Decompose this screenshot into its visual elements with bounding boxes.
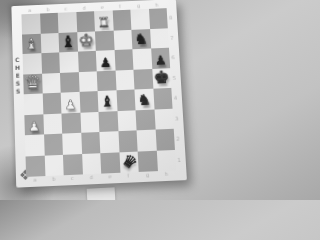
square-h2 (155, 129, 175, 151)
square-d4 (79, 91, 98, 112)
square-c8 (58, 12, 77, 33)
square-d7 (77, 31, 96, 52)
board-brand-text: CHESS (14, 56, 22, 96)
square-c5 (60, 72, 79, 93)
square-f4 (116, 89, 135, 110)
square-a8 (21, 14, 40, 35)
file-label-c: c (71, 176, 74, 181)
square-f2 (118, 130, 138, 152)
board-edge-tab (87, 187, 116, 200)
rank-label-1: 1 (177, 157, 181, 162)
square-a4 (24, 93, 43, 114)
square-f1 (119, 151, 139, 173)
square-d5 (78, 71, 97, 92)
chess-board: CHESS ❖ aabbccddeeffgghh87654321♜♝♝♚♞♟♟♛… (11, 0, 187, 188)
square-g1 (138, 150, 158, 172)
square-h7 (150, 28, 169, 49)
square-g7 (131, 29, 150, 50)
square-h1 (156, 149, 176, 171)
square-c1 (63, 154, 83, 176)
square-b3 (43, 113, 62, 134)
square-a5 (23, 73, 42, 94)
square-f3 (117, 110, 137, 131)
file-label-h: h (165, 172, 169, 177)
square-g3 (136, 109, 156, 130)
file-label-f: f (119, 4, 121, 9)
square-c6 (59, 52, 78, 73)
rank-label-6: 6 (171, 55, 174, 60)
square-h4 (153, 88, 173, 109)
square-e4 (98, 90, 117, 111)
square-f7 (113, 29, 132, 50)
rank-label-3: 3 (175, 116, 178, 121)
square-f5 (115, 69, 134, 90)
square-a3 (24, 114, 43, 135)
square-b4 (42, 93, 61, 114)
file-label-f: f (127, 173, 129, 178)
square-c4 (61, 92, 80, 113)
rank-label-4: 4 (174, 96, 177, 101)
square-f8 (112, 10, 131, 30)
square-c2 (62, 133, 81, 155)
square-a7 (22, 33, 41, 54)
file-label-g: g (146, 173, 150, 178)
square-h8 (148, 8, 167, 28)
rank-label-2: 2 (176, 137, 180, 142)
file-label-b: b (52, 177, 55, 182)
square-e8 (94, 10, 113, 30)
file-label-e: e (101, 5, 104, 10)
square-e7 (95, 30, 114, 51)
square-e5 (97, 70, 116, 91)
square-e3 (98, 111, 117, 132)
file-label-a: a (33, 177, 36, 182)
square-b6 (41, 52, 60, 73)
square-a6 (23, 53, 42, 74)
square-d6 (78, 51, 97, 72)
rank-label-8: 8 (169, 16, 172, 21)
file-label-g: g (137, 4, 140, 9)
square-c3 (61, 112, 80, 133)
square-d3 (80, 111, 99, 132)
square-c7 (58, 32, 77, 53)
square-h5 (152, 68, 172, 89)
rank-label-5: 5 (173, 75, 176, 80)
file-label-e: e (108, 174, 111, 179)
square-h3 (154, 108, 174, 129)
square-h6 (151, 48, 170, 69)
file-label-b: b (46, 7, 49, 12)
square-b5 (42, 72, 61, 93)
square-e2 (99, 131, 119, 153)
square-d1 (82, 153, 102, 175)
square-a1 (26, 155, 45, 177)
square-g8 (130, 9, 149, 29)
square-g6 (132, 48, 151, 69)
file-label-c: c (64, 7, 67, 12)
square-f6 (114, 49, 133, 70)
square-b8 (40, 13, 59, 34)
square-d8 (76, 11, 95, 31)
file-label-d: d (90, 175, 93, 180)
rank-label-7: 7 (170, 35, 173, 40)
square-b2 (44, 134, 63, 156)
board-border: CHESS ❖ aabbccddeeffgghh87654321♜♝♝♚♞♟♟♛… (11, 0, 187, 188)
square-b1 (44, 154, 63, 176)
board-grid: aabbccddeeffgghh87654321♜♝♝♚♞♟♟♛♚♟♝♞♟♛ (21, 8, 176, 177)
file-label-h: h (155, 3, 158, 8)
square-e6 (96, 50, 115, 71)
square-g4 (134, 89, 154, 110)
square-g2 (137, 130, 157, 152)
square-b7 (40, 33, 59, 54)
square-a2 (25, 134, 44, 156)
square-e1 (100, 152, 120, 174)
file-label-d: d (83, 6, 86, 11)
square-d2 (81, 132, 101, 154)
square-g5 (133, 68, 152, 89)
file-label-a: a (28, 8, 31, 13)
